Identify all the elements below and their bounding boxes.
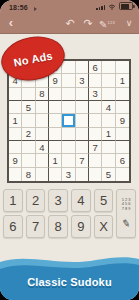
sudoku-cell-r2c6[interactable]: 3 [76,74,89,87]
sudoku-cell-r7c6[interactable] [76,141,89,154]
sudoku-cell-r2c7[interactable] [89,74,102,87]
sudoku-cell-r4c7[interactable] [89,101,102,114]
sudoku-cell-r3c3[interactable]: 8 [36,88,49,101]
sudoku-cell-r8c9[interactable]: 6 [116,154,129,167]
sudoku-cell-r8c3[interactable] [36,154,49,167]
sudoku-cell-r8c7[interactable] [89,154,102,167]
sudoku-cell-r8c1[interactable]: 9 [9,154,22,167]
sudoku-cell-r1c7[interactable]: 6 [89,61,102,74]
numpad-key-9[interactable]: 9 [71,215,91,238]
pencil-mode-button[interactable]: 123456789✎ [116,189,136,238]
sudoku-cell-r8c4[interactable]: 1 [49,154,62,167]
sudoku-cell-r8c6[interactable]: 7 [76,154,89,167]
numpad-key-1[interactable]: 1 [3,189,23,212]
sudoku-cell-r8c2[interactable] [22,154,35,167]
sudoku-cell-r5c4[interactable] [49,114,62,127]
sudoku-cell-r1c8[interactable] [102,61,115,74]
erase-button[interactable]: X [94,215,114,238]
back-button[interactable]: ‹ [5,14,17,33]
sudoku-cell-r6c6[interactable] [76,128,89,141]
sudoku-cell-r3c7[interactable]: 3 [89,88,102,101]
number-pad: 123456789X123456789✎ [3,189,136,238]
sudoku-cell-r3c2[interactable] [22,88,35,101]
bottom-banner: Classic Sudoku [0,252,139,300]
sudoku-cell-r6c9[interactable] [116,128,129,141]
sudoku-cell-r3c4[interactable] [49,88,62,101]
sudoku-cell-r6c1[interactable] [9,128,22,141]
sudoku-cell-r4c1[interactable] [9,101,22,114]
battery-icon [119,2,133,10]
numpad-key-2[interactable]: 2 [26,189,46,212]
sudoku-cell-r6c4[interactable] [49,128,62,141]
no-ads-label: No Ads [13,49,54,68]
numpad-key-4[interactable]: 4 [71,189,91,212]
sudoku-cell-r9c4[interactable] [49,168,62,181]
sudoku-cell-r7c3[interactable]: 4 [36,141,49,154]
sudoku-cell-r2c4[interactable]: 9 [49,74,62,87]
sudoku-cell-r7c5[interactable] [62,141,75,154]
notes-superscript: 123 [107,20,115,25]
sudoku-cell-r9c5[interactable]: 3 [62,168,75,181]
header: 18:56 ‹ ↶ ↷ ✎123 ∨ [0,0,139,34]
sudoku-cell-r7c7[interactable]: 7 [89,141,102,154]
status-time: 18:56 [9,4,28,11]
sudoku-cell-r5c2[interactable] [22,114,35,127]
sudoku-cell-r4c8[interactable]: 4 [102,101,115,114]
sudoku-cell-r5c6[interactable] [76,114,89,127]
sudoku-cell-r3c6[interactable] [76,88,89,101]
signal-icon [96,5,105,11]
pencil-notes-button[interactable]: ✎123 [98,14,116,33]
numpad-key-7[interactable]: 7 [26,215,46,238]
sudoku-cell-r5c8[interactable] [102,114,115,127]
chevron-down-icon[interactable]: ∨ [122,14,136,33]
sudoku-cell-r6c8[interactable]: 1 [102,128,115,141]
numpad-key-5[interactable]: 5 [94,189,114,212]
numpad-key-6[interactable]: 6 [3,215,23,238]
sudoku-cell-r2c5[interactable] [62,74,75,87]
mini-digits: 123456789 [122,198,131,212]
sudoku-cell-r7c8[interactable] [102,141,115,154]
sudoku-cell-r8c8[interactable] [102,154,115,167]
sudoku-cell-r1c6[interactable] [76,61,89,74]
status-bar: 18:56 [0,0,139,14]
sudoku-cell-r4c3[interactable] [36,101,49,114]
sudoku-cell-r5c3[interactable] [36,114,49,127]
sudoku-cell-r6c5[interactable] [62,128,75,141]
location-arrow-icon [34,7,37,11]
sudoku-cell-r6c3[interactable] [36,128,49,141]
sudoku-cell-r3c5[interactable] [62,88,75,101]
sudoku-cell-r3c8[interactable] [102,88,115,101]
sudoku-cell-r6c2[interactable]: 2 [22,128,35,141]
sudoku-cell-r7c2[interactable] [22,141,35,154]
sudoku-cell-r6c7[interactable] [89,128,102,141]
sudoku-cell-r5c7[interactable] [89,114,102,127]
sudoku-cell-r9c7[interactable] [89,168,102,181]
pencil-icon: ✎ [121,218,131,230]
sudoku-cell-r1c5[interactable] [62,61,75,74]
redo-button[interactable]: ↷ [81,14,95,33]
app-screen: 18:56 ‹ ↶ ↷ ✎123 ∨ 564931835419214791768… [0,0,139,300]
sudoku-cell-r9c6[interactable] [76,168,89,181]
numpad-key-3[interactable]: 3 [48,189,68,212]
banner-title: Classic Sudoku [0,276,139,288]
sudoku-cell-r9c9[interactable] [116,168,129,181]
sudoku-cell-r8c5[interactable] [62,154,75,167]
sudoku-cell-r9c8[interactable]: 5 [102,168,115,181]
wifi-icon [108,4,116,10]
sudoku-cell-r7c1[interactable] [9,141,22,154]
toolbar: ‹ ↶ ↷ ✎123 ∨ [0,14,139,33]
sudoku-cell-r4c5[interactable] [62,101,75,114]
sudoku-cell-r2c9[interactable]: 1 [116,74,129,87]
sudoku-cell-r7c9[interactable] [116,141,129,154]
sudoku-cell-r7c4[interactable] [49,141,62,154]
sudoku-cell-r9c1[interactable] [9,168,22,181]
sudoku-cell-r5c5[interactable] [62,114,75,127]
sudoku-cell-r4c2[interactable]: 5 [22,101,35,114]
status-icons [96,4,133,10]
sudoku-cell-r3c1[interactable] [9,88,22,101]
undo-button[interactable]: ↶ [63,14,77,33]
sudoku-cell-r4c6[interactable] [76,101,89,114]
sudoku-cell-r2c8[interactable] [102,74,115,87]
sudoku-cell-r4c9[interactable] [116,101,129,114]
sudoku-cell-r9c2[interactable]: 8 [22,168,35,181]
sudoku-cell-r4c4[interactable] [49,101,62,114]
sudoku-cell-r3c9[interactable] [116,88,129,101]
sudoku-cell-r9c3[interactable] [36,168,49,181]
sudoku-cell-r5c9[interactable]: 9 [116,114,129,127]
sudoku-cell-r1c9[interactable] [116,61,129,74]
sudoku-cell-r5c1[interactable]: 1 [9,114,22,127]
numpad-key-8[interactable]: 8 [48,215,68,238]
